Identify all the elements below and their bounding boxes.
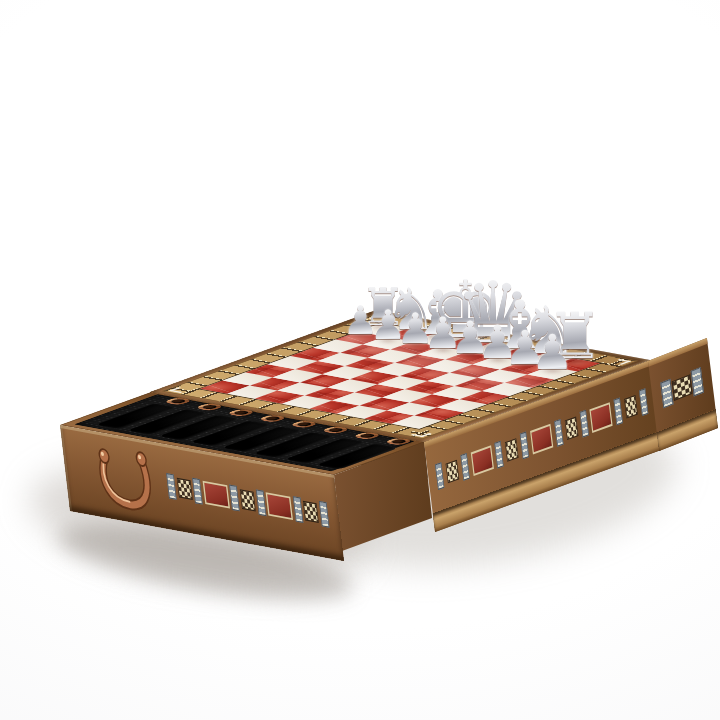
drawer-front-inlays: [166, 473, 329, 528]
inlay-band: [256, 489, 266, 516]
inlay-band: [166, 473, 176, 500]
inlay-band: [435, 462, 444, 490]
inlay-band: [495, 441, 504, 469]
inlay-band: [639, 388, 648, 416]
product-photo-scene: ♟♟♟♟♟♟♟♟♜♞♝♛♚♝♞♜: [0, 0, 720, 720]
checkered-inlay: [445, 460, 459, 484]
checkered-inlay: [303, 501, 319, 523]
inlay-band: [293, 496, 303, 523]
drawer-handle-icon: [92, 445, 162, 517]
checkered-inlay: [505, 438, 519, 462]
inlay-band: [319, 501, 329, 528]
checkered-inlay: [624, 395, 638, 419]
checkered-inlay: [177, 478, 193, 500]
inlay-band: [579, 410, 588, 438]
inlay-band: [460, 453, 469, 481]
red-inlay: [590, 402, 613, 433]
red-inlay: [266, 492, 293, 520]
box-plinth-right: [657, 409, 718, 451]
red-inlay: [530, 424, 553, 455]
box-right-inlays: [660, 367, 704, 408]
checkered-inlay: [565, 417, 579, 441]
inlay-band: [192, 478, 202, 505]
inlay-band: [614, 397, 623, 425]
inlay-band: [691, 367, 704, 396]
box-right-face: [648, 338, 718, 451]
inlay-band: [554, 419, 563, 447]
inlay-band: [229, 485, 239, 512]
red-inlay: [202, 481, 229, 509]
checkered-inlay: [672, 374, 693, 401]
board-slab-edge-right: [648, 338, 708, 367]
checkered-inlay: [240, 489, 256, 511]
red-inlay: [471, 445, 494, 476]
inlay-band: [520, 432, 529, 460]
